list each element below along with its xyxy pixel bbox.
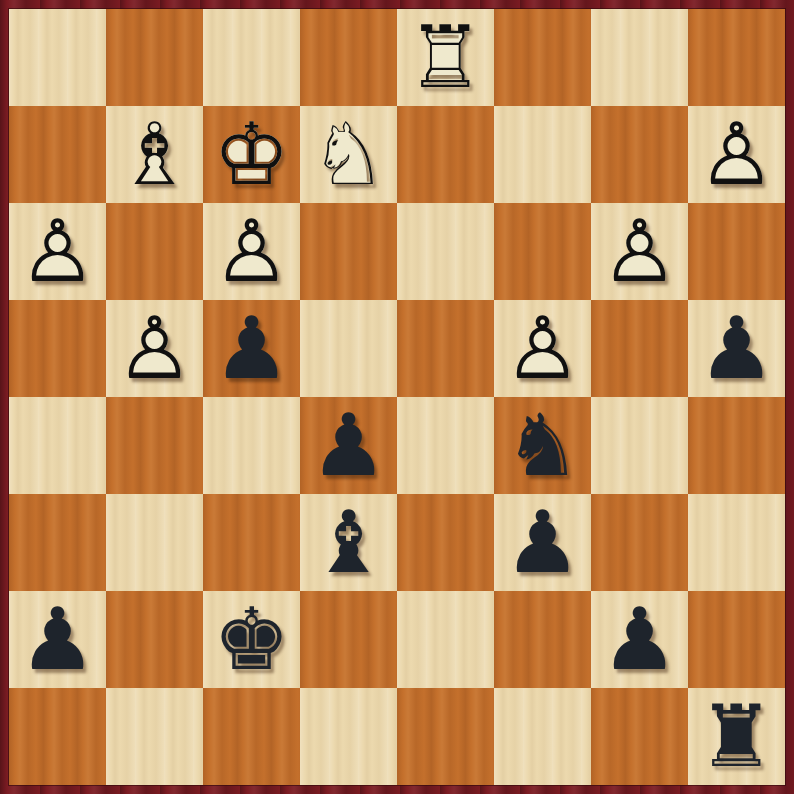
- square-a2[interactable]: ♟: [9, 591, 106, 688]
- square-e7[interactable]: [397, 106, 494, 203]
- white-rook[interactable]: ♜♖: [397, 9, 494, 106]
- chess-board: ♜♖♝♗♚♔♞♘♟♙♟♙♟♙♟♙♟♙♟♟♙♟♟♞♝♟♟♚♟♜: [9, 9, 785, 785]
- white-pawn-outline: ♙: [203, 203, 300, 300]
- white-pawn-outline: ♙: [688, 106, 785, 203]
- square-c3[interactable]: [203, 494, 300, 591]
- black-king[interactable]: ♚: [203, 591, 300, 688]
- black-pawn[interactable]: ♟: [494, 494, 591, 591]
- black-pawn[interactable]: ♟: [300, 397, 397, 494]
- white-bishop[interactable]: ♝♗: [106, 106, 203, 203]
- black-knight-glyph: ♞: [494, 397, 591, 494]
- square-a3[interactable]: [9, 494, 106, 591]
- white-pawn-outline: ♙: [591, 203, 688, 300]
- square-f8[interactable]: [494, 9, 591, 106]
- square-d6[interactable]: [300, 203, 397, 300]
- square-h3[interactable]: [688, 494, 785, 591]
- square-g7[interactable]: [591, 106, 688, 203]
- square-f4[interactable]: ♞: [494, 397, 591, 494]
- square-e5[interactable]: [397, 300, 494, 397]
- square-a5[interactable]: [9, 300, 106, 397]
- square-h5[interactable]: ♟: [688, 300, 785, 397]
- black-pawn[interactable]: ♟: [591, 591, 688, 688]
- white-bishop-outline: ♗: [106, 106, 203, 203]
- square-a6[interactable]: ♟♙: [9, 203, 106, 300]
- white-pawn-outline: ♙: [9, 203, 106, 300]
- square-e2[interactable]: [397, 591, 494, 688]
- square-h7[interactable]: ♟♙: [688, 106, 785, 203]
- square-b5[interactable]: ♟♙: [106, 300, 203, 397]
- square-f1[interactable]: [494, 688, 591, 785]
- square-e8[interactable]: ♜♖: [397, 9, 494, 106]
- square-c6[interactable]: ♟♙: [203, 203, 300, 300]
- square-a4[interactable]: [9, 397, 106, 494]
- square-g2[interactable]: ♟: [591, 591, 688, 688]
- square-b8[interactable]: [106, 9, 203, 106]
- square-c2[interactable]: ♚: [203, 591, 300, 688]
- square-f5[interactable]: ♟♙: [494, 300, 591, 397]
- white-pawn-outline: ♙: [494, 300, 591, 397]
- white-pawn[interactable]: ♟♙: [688, 106, 785, 203]
- square-g3[interactable]: [591, 494, 688, 591]
- square-g6[interactable]: ♟♙: [591, 203, 688, 300]
- black-pawn[interactable]: ♟: [203, 300, 300, 397]
- square-d4[interactable]: ♟: [300, 397, 397, 494]
- white-pawn[interactable]: ♟♙: [494, 300, 591, 397]
- square-h2[interactable]: [688, 591, 785, 688]
- white-pawn[interactable]: ♟♙: [591, 203, 688, 300]
- board-frame: ♜♖♝♗♚♔♞♘♟♙♟♙♟♙♟♙♟♙♟♟♙♟♟♞♝♟♟♚♟♜: [0, 0, 794, 794]
- square-d3[interactable]: ♝: [300, 494, 397, 591]
- square-d7[interactable]: ♞♘: [300, 106, 397, 203]
- square-d5[interactable]: [300, 300, 397, 397]
- white-pawn-outline: ♙: [106, 300, 203, 397]
- square-g4[interactable]: [591, 397, 688, 494]
- white-knight-outline: ♘: [300, 106, 397, 203]
- square-g5[interactable]: [591, 300, 688, 397]
- square-d1[interactable]: [300, 688, 397, 785]
- black-knight[interactable]: ♞: [494, 397, 591, 494]
- black-pawn-glyph: ♟: [9, 591, 106, 688]
- black-rook-glyph: ♜: [688, 688, 785, 785]
- square-a8[interactable]: [9, 9, 106, 106]
- square-h8[interactable]: [688, 9, 785, 106]
- square-a1[interactable]: [9, 688, 106, 785]
- black-pawn[interactable]: ♟: [688, 300, 785, 397]
- square-f2[interactable]: [494, 591, 591, 688]
- black-pawn-glyph: ♟: [203, 300, 300, 397]
- square-b7[interactable]: ♝♗: [106, 106, 203, 203]
- square-b3[interactable]: [106, 494, 203, 591]
- white-king[interactable]: ♚♔: [203, 106, 300, 203]
- square-g8[interactable]: [591, 9, 688, 106]
- square-b1[interactable]: [106, 688, 203, 785]
- black-pawn-glyph: ♟: [688, 300, 785, 397]
- square-c8[interactable]: [203, 9, 300, 106]
- square-c4[interactable]: [203, 397, 300, 494]
- square-e3[interactable]: [397, 494, 494, 591]
- black-pawn-glyph: ♟: [494, 494, 591, 591]
- square-f7[interactable]: [494, 106, 591, 203]
- white-king-outline: ♔: [203, 106, 300, 203]
- black-pawn[interactable]: ♟: [9, 591, 106, 688]
- square-c7[interactable]: ♚♔: [203, 106, 300, 203]
- square-h1[interactable]: ♜: [688, 688, 785, 785]
- square-h6[interactable]: [688, 203, 785, 300]
- square-c5[interactable]: ♟: [203, 300, 300, 397]
- black-rook[interactable]: ♜: [688, 688, 785, 785]
- white-pawn[interactable]: ♟♙: [203, 203, 300, 300]
- square-a7[interactable]: [9, 106, 106, 203]
- square-b4[interactable]: [106, 397, 203, 494]
- white-rook-outline: ♖: [397, 9, 494, 106]
- square-d2[interactable]: [300, 591, 397, 688]
- square-f3[interactable]: ♟: [494, 494, 591, 591]
- white-knight[interactable]: ♞♘: [300, 106, 397, 203]
- black-bishop-glyph: ♝: [300, 494, 397, 591]
- square-e4[interactable]: [397, 397, 494, 494]
- square-b6[interactable]: [106, 203, 203, 300]
- square-h4[interactable]: [688, 397, 785, 494]
- square-e1[interactable]: [397, 688, 494, 785]
- square-c1[interactable]: [203, 688, 300, 785]
- square-b2[interactable]: [106, 591, 203, 688]
- white-pawn[interactable]: ♟♙: [9, 203, 106, 300]
- square-d8[interactable]: [300, 9, 397, 106]
- square-g1[interactable]: [591, 688, 688, 785]
- black-pawn-glyph: ♟: [300, 397, 397, 494]
- square-e6[interactable]: [397, 203, 494, 300]
- black-bishop[interactable]: ♝: [300, 494, 397, 591]
- white-pawn[interactable]: ♟♙: [106, 300, 203, 397]
- square-f6[interactable]: [494, 203, 591, 300]
- black-king-glyph: ♚: [203, 591, 300, 688]
- black-pawn-glyph: ♟: [591, 591, 688, 688]
